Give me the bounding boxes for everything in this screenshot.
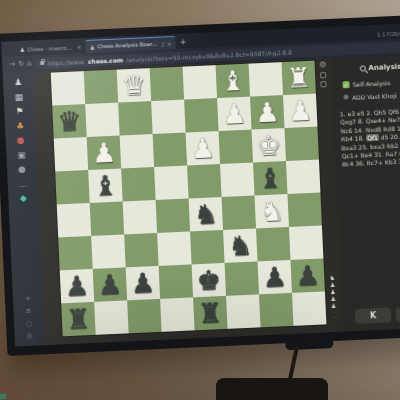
captured-piece-icon: ♟ [331,302,337,309]
square-d2[interactable] [159,264,193,298]
square-h6[interactable] [284,127,318,161]
square-e4[interactable]: ♞ [189,197,223,231]
piece-white-knight[interactable]: ♞ [259,194,285,228]
square-f7[interactable]: ♟ [217,97,251,131]
tab-audio-icon: ♪ [161,40,165,47]
square-a6[interactable] [54,137,88,171]
piece-white-pawn[interactable]: ♟ [91,136,117,170]
lock-icon [40,61,44,65]
url-domain: chess.com [88,56,124,65]
move-text[interactable]: d5 20. N [379,133,400,141]
square-c4[interactable] [123,200,157,234]
square-f6[interactable] [219,130,253,164]
square-h7[interactable]: ♟ [283,94,317,128]
piece-white-pawn[interactable]: ♟ [221,97,247,131]
square-e7[interactable] [184,98,218,132]
square-g3[interactable] [256,227,290,261]
piece-white-pawn[interactable]: ♟ [190,131,216,165]
square-g4[interactable]: ♞ [255,194,289,228]
tab-close-icon[interactable]: × [76,43,81,50]
square-c1[interactable] [127,299,161,333]
square-g2[interactable]: ♟ [258,260,292,294]
square-g5[interactable]: ♝ [253,161,287,195]
piece-white-pawn[interactable]: ♟ [254,95,280,129]
tab-label: Chess Analysis Board and... [97,41,159,50]
square-f3[interactable]: ♞ [223,228,257,262]
square-h1[interactable] [292,291,326,325]
square-f1[interactable] [226,294,260,328]
tab-close-icon[interactable]: × [167,40,172,47]
tab-favicon-pawn-icon: ♟ [89,43,95,50]
square-g8[interactable] [249,62,283,96]
speech-bubble-icon[interactable]: ● [18,165,26,174]
square-d6[interactable] [153,133,187,167]
search-icon[interactable]: ○ [26,320,32,327]
square-g7[interactable]: ♟ [250,95,284,129]
square-b5[interactable]: ♝ [88,169,122,203]
monitor-chin [286,337,334,350]
square-h8[interactable]: ♜ [281,61,315,95]
square-b8[interactable] [84,70,118,104]
piece-black-pawn[interactable]: ♟ [130,266,156,300]
chess-pawn-icon[interactable]: ♟ [14,78,22,87]
piece-white-rook[interactable]: ♜ [286,61,312,95]
move-text[interactable]: Bc4 36. Rc7+ Kb3 37 [342,158,400,168]
chess-board[interactable]: ♛♝♜♛♟♟♟♟♟♚♝♝♞♞♞♟♟♟♚♟♟♜♜ [51,61,327,337]
square-a8[interactable] [51,71,85,105]
page-body: ♟▦⚑♣●▣●…◆+≡○◎ ♛♝♜♛♟♟♟♟♟♚♝♝♞♞♞♟♟♟♚♟♟♜♜ ⚙ … [3,53,400,346]
square-g6[interactable]: ♚ [252,128,286,162]
paw-icon[interactable]: ♣ [16,121,24,130]
square-b1[interactable] [94,300,128,334]
tab-label: Chess - maxroundrobin2 w... [27,44,75,52]
add-icon[interactable]: + [25,295,31,302]
camera-icon[interactable]: ▣ [17,150,26,159]
square-h4[interactable] [287,192,321,226]
screen: ♟ Chess - maxroundrobin2 w... × ♟ Chess … [1,22,400,346]
tab-favicon-pawn-icon: ♟ [19,46,25,53]
add-label: ADD Vast Khoji [352,92,397,101]
home-icon[interactable]: ⌂ [27,60,32,67]
square-e5[interactable] [187,164,221,198]
square-d3[interactable] [157,231,191,265]
square-a4[interactable] [57,203,91,237]
square-b2[interactable]: ♟ [93,267,127,301]
square-c6[interactable] [120,134,154,168]
square-a7[interactable]: ♛ [52,104,86,138]
self-analysis-label: Self Analysis [352,79,390,88]
more-dots-icon[interactable]: … [18,179,27,188]
square-h3[interactable] [289,225,323,259]
piece-black-rook[interactable]: ♜ [66,302,92,336]
target-icon[interactable]: ◎ [26,333,32,340]
square-a2[interactable]: ♟ [60,269,94,303]
piece-white-bishop[interactable]: ♝ [220,64,246,98]
piece-black-knight[interactable]: ♞ [227,229,253,263]
piece-black-pawn[interactable]: ♟ [64,269,90,303]
square-c8[interactable]: ♛ [117,68,151,102]
square-d5[interactable] [154,166,188,200]
piece-white-king[interactable]: ♚ [256,128,282,162]
sidebar-spacer [24,208,28,289]
piece-black-king[interactable]: ♚ [196,263,222,297]
board-settings-gear-icon[interactable]: ⚙ [319,61,327,69]
square-b6[interactable]: ♟ [87,136,121,170]
analysis-panel: Analysis ✓ Self Analysis ⊕ ADD Vast Khoj… [330,53,400,331]
square-a5[interactable] [55,170,89,204]
flag-icon[interactable]: ⚑ [15,107,23,116]
piece-white-pawn[interactable]: ♟ [287,94,313,128]
move-text[interactable]: Rb4 18. [341,135,366,143]
self-analysis-row[interactable]: ✓ Self Analysis [338,78,400,89]
monitor-stand [216,378,328,400]
captured-more-icon: ⋯ [331,314,337,332]
square-f2[interactable] [225,261,259,295]
flip-board-button[interactable] [320,72,326,78]
square-h2[interactable]: ♟ [290,258,324,292]
square-b7[interactable] [85,103,119,137]
square-f8[interactable]: ♝ [216,64,250,98]
board-grid-icon[interactable]: ▦ [14,92,23,101]
nav-next-button[interactable] [396,306,400,322]
square-f5[interactable] [220,163,254,197]
board-option-button[interactable] [320,81,326,87]
panels-icon[interactable]: ≡ [25,308,31,315]
self-analysis-checkbox[interactable]: ✓ [342,81,349,88]
piece-black-queen[interactable]: ♛ [57,104,83,138]
square-c2[interactable]: ♟ [126,266,160,300]
square-f4[interactable] [222,195,256,229]
square-e1[interactable]: ♜ [193,296,227,330]
panel-title: Analysis [368,63,400,72]
square-e6[interactable]: ♟ [186,131,220,165]
gem-icon[interactable]: ◆ [20,194,27,203]
panel-header: Analysis [338,62,400,74]
square-a3[interactable] [58,236,92,270]
monitor: ♟ Chess - maxroundrobin2 w... × ♟ Chess … [0,14,400,356]
current-move[interactable]: Qf1 [366,134,379,142]
piece-black-pawn[interactable]: ♟ [262,260,288,294]
corner-artifact [0,394,6,399]
board-area: ♛♝♜♛♟♟♟♟♟♚♝♝♞♞♞♟♟♟♚♟♟♜♜ [33,59,327,346]
square-e2[interactable]: ♚ [192,263,226,297]
forward-icon[interactable]: → [9,61,15,68]
square-d8[interactable] [150,67,184,101]
url-prefix: https://www. [47,58,85,67]
new-tab-button[interactable]: + [179,35,186,48]
analysis-page: ♛♝♜♛♟♟♟♟♟♚♝♝♞♞♞♟♟♟♚♟♟♜♜ ⚙ ♞♟♟♟♟ ⋯ Analys… [33,53,400,345]
square-b3[interactable] [91,234,125,268]
piece-black-knight[interactable]: ♞ [193,197,219,231]
square-c5[interactable] [121,167,155,201]
piece-white-queen[interactable]: ♛ [121,68,147,102]
square-e3[interactable] [190,230,224,264]
photo-of-monitor: ♟ Chess - maxroundrobin2 w... × ♟ Chess … [0,0,400,400]
magnifier-icon [359,65,365,71]
square-g1[interactable] [259,293,293,327]
chat-circle-icon[interactable]: ● [17,136,25,145]
panel-bottom-controls: K [349,305,400,326]
square-h5[interactable] [286,160,320,194]
square-d1[interactable] [160,297,194,331]
square-c3[interactable] [124,233,158,267]
piece-black-rook[interactable]: ♜ [197,296,223,330]
piece-black-pawn[interactable]: ♟ [295,259,321,293]
piece-black-pawn[interactable]: ♟ [97,268,123,302]
piece-black-bishop[interactable]: ♝ [93,169,119,203]
piece-black-bishop[interactable]: ♝ [257,161,283,195]
reload-icon[interactable]: ↻ [18,60,24,67]
square-a1[interactable]: ♜ [61,302,95,336]
captured-pieces-tray: ♞♟♟♟♟ [329,274,336,311]
add-row[interactable]: ⊕ ADD Vast Khoji [339,91,400,102]
square-d7[interactable] [151,100,185,134]
square-b4[interactable] [90,201,124,235]
square-c7[interactable] [118,101,152,135]
move-list: 1. e3 e5 2. Qh5 Qf6Qxg7 8. Qxe4+ Ne7 1Nc… [340,107,400,170]
square-d4[interactable] [156,198,190,232]
nav-start-button[interactable]: K [355,307,392,324]
square-e8[interactable] [183,65,217,99]
add-circle-icon: ⊕ [343,94,349,101]
